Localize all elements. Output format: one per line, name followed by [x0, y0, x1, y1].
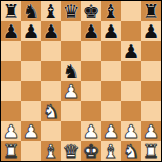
square-b3[interactable] [21, 101, 41, 121]
square-e1[interactable]: ♚ [81, 141, 101, 161]
square-a8[interactable]: ♜ [1, 1, 21, 21]
white-pawn-icon: ♟ [122, 121, 139, 141]
square-b2[interactable]: ♟ [21, 121, 41, 141]
square-a6[interactable] [1, 41, 21, 61]
square-f7[interactable]: ♟ [101, 21, 121, 41]
white-knight-icon: ♞ [42, 101, 59, 121]
black-pawn-icon: ♟ [22, 21, 39, 41]
square-d4[interactable]: ♟ [61, 81, 81, 101]
square-g8[interactable] [121, 1, 141, 21]
white-king-icon: ♚ [82, 141, 99, 161]
white-bishop-icon: ♝ [102, 141, 119, 161]
white-pawn-icon: ♟ [2, 121, 19, 141]
black-rook-icon: ♜ [2, 1, 19, 21]
white-rook-icon: ♜ [142, 141, 159, 161]
black-king-icon: ♚ [82, 1, 99, 21]
square-h3[interactable] [141, 101, 161, 121]
square-d6[interactable] [61, 41, 81, 61]
black-bishop-icon: ♝ [42, 1, 59, 21]
white-pawn-icon: ♟ [62, 81, 79, 101]
square-f1[interactable]: ♝ [101, 141, 121, 161]
white-bishop-icon: ♝ [42, 141, 59, 161]
square-f8[interactable]: ♝ [101, 1, 121, 21]
square-c6[interactable] [41, 41, 61, 61]
square-d7[interactable] [61, 21, 81, 41]
square-g1[interactable]: ♞ [121, 141, 141, 161]
square-g3[interactable] [121, 101, 141, 121]
square-b7[interactable]: ♟ [21, 21, 41, 41]
square-h7[interactable]: ♟ [141, 21, 161, 41]
square-d1[interactable]: ♛ [61, 141, 81, 161]
white-rook-icon: ♜ [2, 141, 19, 161]
square-a5[interactable] [1, 61, 21, 81]
black-pawn-icon: ♟ [82, 21, 99, 41]
square-c8[interactable]: ♝ [41, 1, 61, 21]
square-g5[interactable] [121, 61, 141, 81]
black-knight-icon: ♞ [22, 1, 39, 21]
square-d3[interactable] [61, 101, 81, 121]
square-e7[interactable]: ♟ [81, 21, 101, 41]
square-d8[interactable]: ♛ [61, 1, 81, 21]
square-a3[interactable] [1, 101, 21, 121]
black-pawn-icon: ♟ [122, 41, 139, 61]
square-b8[interactable]: ♞ [21, 1, 41, 21]
square-g4[interactable] [121, 81, 141, 101]
square-e2[interactable]: ♟ [81, 121, 101, 141]
white-pawn-icon: ♟ [102, 121, 119, 141]
square-b4[interactable] [21, 81, 41, 101]
square-h2[interactable]: ♟ [141, 121, 161, 141]
white-queen-icon: ♛ [62, 141, 79, 161]
black-bishop-icon: ♝ [102, 1, 119, 21]
black-pawn-icon: ♟ [102, 21, 119, 41]
square-a4[interactable] [1, 81, 21, 101]
black-queen-icon: ♛ [62, 1, 79, 21]
square-c7[interactable]: ♟ [41, 21, 61, 41]
square-a2[interactable]: ♟ [1, 121, 21, 141]
square-e6[interactable] [81, 41, 101, 61]
square-c4[interactable] [41, 81, 61, 101]
square-e5[interactable] [81, 61, 101, 81]
square-h8[interactable]: ♜ [141, 1, 161, 21]
square-c3[interactable]: ♞ [41, 101, 61, 121]
black-pawn-icon: ♟ [142, 21, 159, 41]
square-g6[interactable]: ♟ [121, 41, 141, 61]
square-h1[interactable]: ♜ [141, 141, 161, 161]
square-f4[interactable] [101, 81, 121, 101]
white-pawn-icon: ♟ [22, 121, 39, 141]
square-e3[interactable] [81, 101, 101, 121]
square-h6[interactable] [141, 41, 161, 61]
square-f2[interactable]: ♟ [101, 121, 121, 141]
chess-board: ♜♞♝♛♚♝♜♟♟♟♟♟♟♟♞♟♞♟♟♟♟♟♟♜♝♛♚♝♞♜ [0, 0, 162, 162]
square-h5[interactable] [141, 61, 161, 81]
square-f6[interactable] [101, 41, 121, 61]
black-pawn-icon: ♟ [42, 21, 59, 41]
white-knight-icon: ♞ [122, 141, 139, 161]
square-a7[interactable]: ♟ [1, 21, 21, 41]
square-c5[interactable] [41, 61, 61, 81]
square-e8[interactable]: ♚ [81, 1, 101, 21]
black-knight-icon: ♞ [62, 61, 79, 81]
square-e4[interactable] [81, 81, 101, 101]
white-pawn-icon: ♟ [82, 121, 99, 141]
black-rook-icon: ♜ [142, 1, 159, 21]
square-b1[interactable] [21, 141, 41, 161]
square-d5[interactable]: ♞ [61, 61, 81, 81]
square-f5[interactable] [101, 61, 121, 81]
square-g7[interactable] [121, 21, 141, 41]
square-b6[interactable] [21, 41, 41, 61]
white-pawn-icon: ♟ [142, 121, 159, 141]
square-h4[interactable] [141, 81, 161, 101]
black-pawn-icon: ♟ [2, 21, 19, 41]
square-c2[interactable] [41, 121, 61, 141]
square-d2[interactable] [61, 121, 81, 141]
square-a1[interactable]: ♜ [1, 141, 21, 161]
square-b5[interactable] [21, 61, 41, 81]
square-c1[interactable]: ♝ [41, 141, 61, 161]
square-g2[interactable]: ♟ [121, 121, 141, 141]
square-f3[interactable] [101, 101, 121, 121]
